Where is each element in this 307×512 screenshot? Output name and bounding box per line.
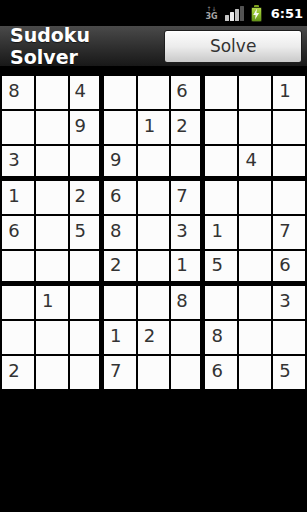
cell-r7c3[interactable]	[70, 286, 102, 319]
cell-r1c9[interactable]: 1	[273, 76, 305, 109]
cell-value: 6	[8, 220, 19, 241]
cell-value: 1	[176, 254, 187, 275]
cell-value: 1	[212, 220, 223, 241]
cell-value: 8	[176, 290, 187, 311]
cell-r5c6[interactable]: 3	[171, 216, 203, 249]
cell-r9c3[interactable]	[70, 356, 102, 389]
cell-value: 6	[279, 254, 290, 275]
cell-r4c8[interactable]	[239, 181, 271, 214]
cell-value: 5	[74, 220, 85, 241]
cell-value: 1	[8, 185, 19, 206]
cell-value: 2	[74, 185, 85, 206]
cell-r9c6[interactable]	[171, 356, 203, 389]
cell-r2c3[interactable]: 9	[70, 111, 102, 144]
cell-r8c4[interactable]: 1	[104, 321, 136, 354]
cell-value: 4	[245, 149, 256, 170]
cell-r1c6[interactable]: 6	[171, 76, 203, 109]
cell-value: 2	[144, 325, 155, 346]
status-clock: 6:51	[269, 6, 303, 21]
cell-r1c7[interactable]	[205, 76, 237, 109]
cell-r8c7[interactable]: 8	[205, 321, 237, 354]
cell-r3c3[interactable]	[70, 146, 102, 179]
cell-value: 7	[176, 185, 187, 206]
cell-r2c4[interactable]	[104, 111, 136, 144]
cell-r6c8[interactable]	[239, 251, 271, 284]
cell-r2c5[interactable]: 1	[138, 111, 170, 144]
cell-value: 2	[8, 360, 19, 381]
cell-r9c9[interactable]: 5	[273, 356, 305, 389]
cell-r9c1[interactable]: 2	[2, 356, 34, 389]
cell-r2c1[interactable]	[2, 111, 34, 144]
cell-r8c9[interactable]	[273, 321, 305, 354]
cell-r5c5[interactable]	[138, 216, 170, 249]
cell-value: 3	[176, 220, 187, 241]
cell-r5c2[interactable]	[36, 216, 68, 249]
cell-value: 5	[279, 360, 290, 381]
cell-r7c2[interactable]: 1	[36, 286, 68, 319]
cell-r4c3[interactable]: 2	[70, 181, 102, 214]
cell-r6c3[interactable]	[70, 251, 102, 284]
cell-value: 9	[110, 149, 121, 170]
cell-r3c9[interactable]	[273, 146, 305, 179]
cell-value: 9	[74, 115, 85, 136]
cell-value: 6	[176, 80, 187, 101]
cell-r4c5[interactable]	[138, 181, 170, 214]
cell-r4c4[interactable]: 6	[104, 181, 136, 214]
cell-r6c5[interactable]	[138, 251, 170, 284]
cell-r3c4[interactable]: 9	[104, 146, 136, 179]
cell-r6c2[interactable]	[36, 251, 68, 284]
cell-r1c1[interactable]: 8	[2, 76, 34, 109]
cell-value: 6	[212, 360, 223, 381]
cell-r6c1[interactable]	[2, 251, 34, 284]
network-3g-icon: ↑↓ 3G	[206, 6, 218, 21]
cell-r8c3[interactable]	[70, 321, 102, 354]
cell-value: 1	[279, 80, 290, 101]
cell-r5c4[interactable]: 8	[104, 216, 136, 249]
cell-value: 2	[176, 115, 187, 136]
cell-r2c9[interactable]	[273, 111, 305, 144]
cell-r4c9[interactable]	[273, 181, 305, 214]
cell-r1c3[interactable]: 4	[70, 76, 102, 109]
cell-r6c9[interactable]: 6	[273, 251, 305, 284]
cell-r9c5[interactable]	[138, 356, 170, 389]
cell-value: 8	[110, 220, 121, 241]
cell-value: 7	[279, 220, 290, 241]
signal-strength-icon	[225, 5, 244, 21]
title-bar: Sudoku Solver Solve	[0, 26, 307, 67]
cell-value: 7	[110, 360, 121, 381]
cell-r5c9[interactable]: 7	[273, 216, 305, 249]
cell-r8c2[interactable]	[36, 321, 68, 354]
cell-r7c6[interactable]: 8	[171, 286, 203, 319]
cell-r4c2[interactable]	[36, 181, 68, 214]
cell-r4c1[interactable]: 1	[2, 181, 34, 214]
cell-r9c2[interactable]	[36, 356, 68, 389]
cell-r8c6[interactable]	[171, 321, 203, 354]
cell-value: 3	[279, 290, 290, 311]
cell-r7c8[interactable]	[239, 286, 271, 319]
network-type-label: 3G	[206, 13, 218, 21]
page-title: Sudoku Solver	[0, 24, 164, 68]
cell-r2c8[interactable]	[239, 111, 271, 144]
cell-r6c4[interactable]: 2	[104, 251, 136, 284]
cell-r2c6[interactable]: 2	[171, 111, 203, 144]
cell-value: 1	[110, 325, 121, 346]
cell-r8c8[interactable]	[239, 321, 271, 354]
solve-button[interactable]: Solve	[164, 30, 302, 63]
cell-r2c7[interactable]	[205, 111, 237, 144]
cell-r9c8[interactable]	[239, 356, 271, 389]
cell-value: 4	[74, 80, 85, 101]
cell-r8c1[interactable]	[2, 321, 34, 354]
cell-value: 1	[144, 115, 155, 136]
cell-r2c2[interactable]	[36, 111, 68, 144]
cell-r6c7[interactable]: 5	[205, 251, 237, 284]
cell-r3c5[interactable]	[138, 146, 170, 179]
cell-r3c8[interactable]: 4	[239, 146, 271, 179]
cell-value: 6	[110, 185, 121, 206]
cell-r6c6[interactable]: 1	[171, 251, 203, 284]
sudoku-board: 8461912394126765831721561831282765	[2, 76, 305, 389]
cell-r8c5[interactable]: 2	[138, 321, 170, 354]
status-bar: ↑↓ 3G 6:51	[0, 0, 307, 26]
cell-r7c4[interactable]	[104, 286, 136, 319]
cell-r7c5[interactable]	[138, 286, 170, 319]
cell-r4c6[interactable]: 7	[171, 181, 203, 214]
cell-r1c2[interactable]	[36, 76, 68, 109]
cell-r3c7[interactable]	[205, 146, 237, 179]
battery-charging-icon	[251, 7, 262, 22]
cell-r7c1[interactable]	[2, 286, 34, 319]
cell-r7c9[interactable]: 3	[273, 286, 305, 319]
cell-value: 1	[42, 290, 53, 311]
cell-value: 5	[212, 254, 223, 275]
cell-value: 3	[8, 149, 19, 170]
cell-r5c7[interactable]: 1	[205, 216, 237, 249]
cell-r3c6[interactable]	[171, 146, 203, 179]
cell-r9c4[interactable]: 7	[104, 356, 136, 389]
cell-value: 8	[8, 80, 19, 101]
cell-r9c7[interactable]: 6	[205, 356, 237, 389]
cell-r5c8[interactable]	[239, 216, 271, 249]
cell-r7c7[interactable]	[205, 286, 237, 319]
cell-r1c4[interactable]	[104, 76, 136, 109]
cell-r3c1[interactable]: 3	[2, 146, 34, 179]
cell-r5c3[interactable]: 5	[70, 216, 102, 249]
cell-r5c1[interactable]: 6	[2, 216, 34, 249]
cell-r1c8[interactable]	[239, 76, 271, 109]
cell-r4c7[interactable]	[205, 181, 237, 214]
cell-r3c2[interactable]	[36, 146, 68, 179]
cell-value: 8	[212, 325, 223, 346]
data-activity-arrows-icon: ↑↓	[207, 6, 217, 12]
cell-value: 2	[110, 254, 121, 275]
cell-r1c5[interactable]	[138, 76, 170, 109]
